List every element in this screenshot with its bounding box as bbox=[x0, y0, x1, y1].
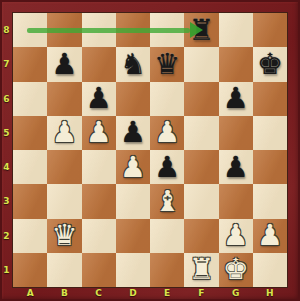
square-h8[interactable] bbox=[253, 13, 287, 47]
square-h3[interactable] bbox=[253, 184, 287, 218]
square-d2[interactable] bbox=[116, 219, 150, 253]
square-g3[interactable] bbox=[219, 184, 253, 218]
file-label-c: C bbox=[82, 287, 116, 301]
square-c2[interactable] bbox=[82, 219, 116, 253]
file-label-e: E bbox=[150, 287, 184, 301]
square-g1[interactable]: ♚ bbox=[219, 253, 253, 287]
square-e3[interactable]: ♝ bbox=[150, 184, 184, 218]
square-c5[interactable]: ♟ bbox=[82, 116, 116, 150]
move-arrow-head bbox=[190, 22, 203, 38]
rank-label-4: 4 bbox=[0, 150, 13, 184]
square-b4[interactable] bbox=[47, 150, 81, 184]
square-f1[interactable]: ♜ bbox=[184, 253, 218, 287]
square-a1[interactable] bbox=[13, 253, 47, 287]
piece-white-pawn[interactable]: ♟ bbox=[120, 153, 146, 182]
square-f6[interactable] bbox=[184, 82, 218, 116]
piece-black-king[interactable]: ♚ bbox=[257, 50, 283, 79]
rank-label-5: 5 bbox=[0, 116, 13, 150]
piece-black-pawn[interactable]: ♟ bbox=[223, 153, 249, 182]
square-a3[interactable] bbox=[13, 184, 47, 218]
piece-black-pawn[interactable]: ♟ bbox=[120, 118, 146, 147]
square-d5[interactable]: ♟ bbox=[116, 116, 150, 150]
square-b1[interactable] bbox=[47, 253, 81, 287]
piece-white-pawn[interactable]: ♟ bbox=[86, 118, 112, 147]
square-d7[interactable]: ♞ bbox=[116, 47, 150, 81]
square-e7[interactable]: ♛ bbox=[150, 47, 184, 81]
rank-label-2: 2 bbox=[0, 219, 13, 253]
square-d3[interactable] bbox=[116, 184, 150, 218]
square-h1[interactable] bbox=[253, 253, 287, 287]
square-g6[interactable]: ♟ bbox=[219, 82, 253, 116]
piece-white-pawn[interactable]: ♟ bbox=[154, 118, 180, 147]
file-label-d: D bbox=[116, 287, 150, 301]
square-c4[interactable] bbox=[82, 150, 116, 184]
rank-label-8: 8 bbox=[0, 13, 13, 47]
file-label-h: H bbox=[253, 287, 287, 301]
square-a2[interactable] bbox=[13, 219, 47, 253]
square-d4[interactable]: ♟ bbox=[116, 150, 150, 184]
file-label-a: A bbox=[13, 287, 47, 301]
piece-black-queen[interactable]: ♛ bbox=[154, 50, 180, 79]
square-f2[interactable] bbox=[184, 219, 218, 253]
file-label-f: F bbox=[184, 287, 218, 301]
piece-black-pawn[interactable]: ♟ bbox=[51, 50, 77, 79]
piece-white-pawn[interactable]: ♟ bbox=[223, 221, 249, 250]
square-h6[interactable] bbox=[253, 82, 287, 116]
square-b7[interactable]: ♟ bbox=[47, 47, 81, 81]
piece-white-king[interactable]: ♚ bbox=[223, 255, 249, 284]
square-h4[interactable] bbox=[253, 150, 287, 184]
piece-black-pawn[interactable]: ♟ bbox=[154, 153, 180, 182]
piece-black-knight[interactable]: ♞ bbox=[120, 50, 146, 79]
square-c1[interactable] bbox=[82, 253, 116, 287]
square-f7[interactable] bbox=[184, 47, 218, 81]
rank-label-3: 3 bbox=[0, 184, 13, 218]
piece-white-pawn[interactable]: ♟ bbox=[257, 221, 283, 250]
square-h5[interactable] bbox=[253, 116, 287, 150]
square-a5[interactable] bbox=[13, 116, 47, 150]
square-f3[interactable] bbox=[184, 184, 218, 218]
move-arrow-line bbox=[27, 28, 190, 33]
square-b2[interactable]: ♛ bbox=[47, 219, 81, 253]
piece-black-pawn[interactable]: ♟ bbox=[223, 84, 249, 113]
piece-black-pawn[interactable]: ♟ bbox=[86, 84, 112, 113]
piece-white-bishop[interactable]: ♝ bbox=[154, 187, 180, 216]
square-a7[interactable] bbox=[13, 47, 47, 81]
rank-label-1: 1 bbox=[0, 253, 13, 287]
rank-label-7: 7 bbox=[0, 47, 13, 81]
chess-board-diagram: ♜♟♞♛♚♟♟♟♟♟♟♟♟♟♝♛♟♟♜♚ 87654321ABCDEFGH bbox=[0, 0, 300, 301]
square-d6[interactable] bbox=[116, 82, 150, 116]
square-f4[interactable] bbox=[184, 150, 218, 184]
square-g4[interactable]: ♟ bbox=[219, 150, 253, 184]
file-label-g: G bbox=[219, 287, 253, 301]
square-g8[interactable] bbox=[219, 13, 253, 47]
piece-white-pawn[interactable]: ♟ bbox=[51, 118, 77, 147]
square-e6[interactable] bbox=[150, 82, 184, 116]
square-e1[interactable] bbox=[150, 253, 184, 287]
square-g7[interactable] bbox=[219, 47, 253, 81]
square-c3[interactable] bbox=[82, 184, 116, 218]
square-g2[interactable]: ♟ bbox=[219, 219, 253, 253]
piece-white-queen[interactable]: ♛ bbox=[51, 221, 77, 250]
square-h2[interactable]: ♟ bbox=[253, 219, 287, 253]
square-e5[interactable]: ♟ bbox=[150, 116, 184, 150]
square-g5[interactable] bbox=[219, 116, 253, 150]
file-label-b: B bbox=[47, 287, 81, 301]
square-h7[interactable]: ♚ bbox=[253, 47, 287, 81]
square-b3[interactable] bbox=[47, 184, 81, 218]
square-b5[interactable]: ♟ bbox=[47, 116, 81, 150]
square-f5[interactable] bbox=[184, 116, 218, 150]
square-c7[interactable] bbox=[82, 47, 116, 81]
chess-board: ♜♟♞♛♚♟♟♟♟♟♟♟♟♟♝♛♟♟♜♚ bbox=[13, 13, 287, 287]
square-d1[interactable] bbox=[116, 253, 150, 287]
square-c6[interactable]: ♟ bbox=[82, 82, 116, 116]
square-e4[interactable]: ♟ bbox=[150, 150, 184, 184]
square-b6[interactable] bbox=[47, 82, 81, 116]
square-e2[interactable] bbox=[150, 219, 184, 253]
piece-white-rook[interactable]: ♜ bbox=[188, 255, 214, 284]
square-a6[interactable] bbox=[13, 82, 47, 116]
rank-label-6: 6 bbox=[0, 82, 13, 116]
square-a4[interactable] bbox=[13, 150, 47, 184]
